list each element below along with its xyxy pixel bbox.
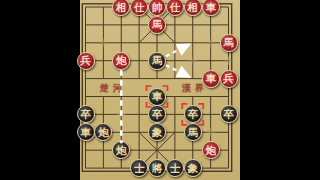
piece-glyph: 帥: [152, 0, 163, 14]
piece-glyph: 馬: [188, 124, 199, 139]
piece-glyph: 炮: [98, 124, 109, 139]
piece-glyph: 卒: [152, 106, 163, 121]
piece-glyph: 兵: [80, 53, 91, 68]
piece-black-advisor[interactable]: 士: [166, 159, 184, 177]
piece-red-horse[interactable]: 馬: [220, 34, 238, 52]
piece-glyph: 車: [205, 71, 216, 86]
screenshot-stage: 楚河 漢界 相仕帥仕相車馬馬兵炮馬車兵車卒卒卒卒車炮象馬炮炮士將士象: [0, 0, 320, 180]
piece-black-soldier[interactable]: 卒: [220, 105, 238, 123]
piece-glyph: 炮: [116, 142, 127, 157]
piece-glyph: 相: [188, 0, 199, 14]
piece-black-chariot[interactable]: 車: [148, 88, 166, 106]
piece-glyph: 象: [152, 124, 163, 139]
piece-red-horse[interactable]: 馬: [148, 16, 166, 34]
piece-glyph: 仕: [134, 0, 145, 14]
piece-glyph: 將: [152, 160, 163, 175]
piece-black-soldier[interactable]: 卒: [77, 105, 95, 123]
piece-glyph: 象: [188, 160, 199, 175]
xiangqi-board: 楚河 漢界 相仕帥仕相車馬馬兵炮馬車兵車卒卒卒卒車炮象馬炮炮士將士象: [80, 0, 240, 180]
piece-glyph: 車: [80, 124, 91, 139]
piece-black-horse[interactable]: 馬: [148, 52, 166, 70]
piece-glyph: 馬: [152, 17, 163, 32]
piece-glyph: 馬: [152, 53, 163, 68]
piece-black-elephant[interactable]: 象: [184, 159, 202, 177]
piece-glyph: 仕: [170, 0, 181, 14]
river-label-chu-he: 楚河: [93, 83, 133, 94]
piece-glyph: 兵: [223, 71, 234, 86]
piece-glyph: 炮: [116, 53, 127, 68]
piece-red-cannon[interactable]: 炮: [202, 141, 220, 159]
piece-glyph: 士: [134, 160, 145, 175]
piece-glyph: 炮: [205, 142, 216, 157]
piece-red-soldier[interactable]: 兵: [220, 70, 238, 88]
piece-black-chariot[interactable]: 車: [77, 123, 95, 141]
piece-glyph: 車: [152, 89, 163, 104]
piece-red-cannon[interactable]: 炮: [112, 52, 130, 70]
piece-glyph: 卒: [223, 106, 234, 121]
piece-black-horse[interactable]: 馬: [184, 123, 202, 141]
piece-glyph: 卒: [188, 106, 199, 121]
piece-red-chariot[interactable]: 車: [202, 70, 220, 88]
piece-red-soldier[interactable]: 兵: [77, 52, 95, 70]
piece-glyph: 卒: [80, 106, 91, 121]
piece-glyph: 士: [170, 160, 181, 175]
piece-glyph: 馬: [223, 35, 234, 50]
piece-red-elephant[interactable]: 相: [184, 0, 202, 16]
piece-glyph: 車: [205, 0, 216, 14]
piece-black-general[interactable]: 將: [148, 159, 166, 177]
piece-glyph: 相: [116, 0, 127, 14]
piece-red-chariot[interactable]: 車: [202, 0, 220, 16]
